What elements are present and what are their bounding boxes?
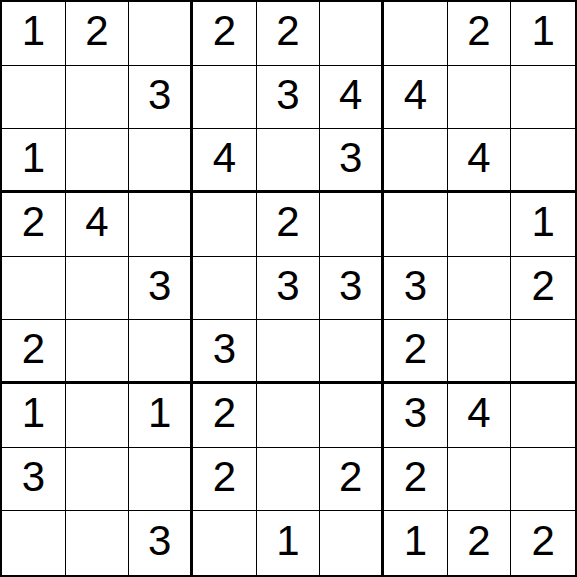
cell-digit: 2 <box>22 201 45 243</box>
cell-digit: 1 <box>22 137 45 179</box>
cell-r9c2[interactable] <box>66 511 130 575</box>
cell-r5c6[interactable]: 3 <box>320 257 384 321</box>
cell-digit: 2 <box>467 520 490 562</box>
cell-r5c4[interactable] <box>193 257 257 321</box>
cell-digit: 3 <box>148 265 171 307</box>
cell-r3c8[interactable]: 4 <box>448 129 512 193</box>
cell-r1c2[interactable]: 2 <box>66 2 130 66</box>
cell-r5c8[interactable] <box>448 257 512 321</box>
cell-r1c3[interactable] <box>129 2 193 66</box>
cell-r9c8[interactable]: 2 <box>448 511 512 575</box>
cell-digit: 2 <box>531 265 554 307</box>
cell-digit: 2 <box>276 10 299 52</box>
cell-r4c3[interactable] <box>129 193 193 257</box>
cell-digit: 4 <box>213 137 236 179</box>
cell-r3c5[interactable] <box>257 129 321 193</box>
cell-r7c9[interactable] <box>511 384 575 448</box>
cell-digit: 2 <box>276 201 299 243</box>
cell-digit: 2 <box>213 392 236 434</box>
puzzle-board: 1222213344143424213333223211234322231122 <box>0 0 577 577</box>
cell-r8c4[interactable]: 2 <box>193 448 257 512</box>
cell-r6c6[interactable] <box>320 320 384 384</box>
cell-r5c9[interactable]: 2 <box>511 257 575 321</box>
cell-r2c8[interactable] <box>448 66 512 130</box>
cell-digit: 2 <box>213 456 236 498</box>
cell-r4c6[interactable] <box>320 193 384 257</box>
cell-r9c5[interactable]: 1 <box>257 511 321 575</box>
cell-digit: 4 <box>339 74 362 116</box>
cell-r7c2[interactable] <box>66 384 130 448</box>
cell-digit: 4 <box>85 201 108 243</box>
cell-digit: 3 <box>276 265 299 307</box>
cell-r8c7[interactable]: 2 <box>384 448 448 512</box>
cell-r2c1[interactable] <box>2 66 66 130</box>
cell-digit: 3 <box>404 392 427 434</box>
cell-r5c3[interactable]: 3 <box>129 257 193 321</box>
cell-r2c4[interactable] <box>193 66 257 130</box>
cell-r3c2[interactable] <box>66 129 130 193</box>
cell-r5c7[interactable]: 3 <box>384 257 448 321</box>
cell-r6c7[interactable]: 2 <box>384 320 448 384</box>
cell-digit: 2 <box>531 520 554 562</box>
cell-digit: 2 <box>22 328 45 370</box>
cell-r6c4[interactable]: 3 <box>193 320 257 384</box>
cell-r1c4[interactable]: 2 <box>193 2 257 66</box>
cell-r8c6[interactable]: 2 <box>320 448 384 512</box>
cell-digit: 2 <box>404 328 427 370</box>
cell-r2c9[interactable] <box>511 66 575 130</box>
cell-r3c1[interactable]: 1 <box>2 129 66 193</box>
cell-r9c9[interactable]: 2 <box>511 511 575 575</box>
cell-r2c7[interactable]: 4 <box>384 66 448 130</box>
cell-r6c8[interactable] <box>448 320 512 384</box>
cell-r8c8[interactable] <box>448 448 512 512</box>
cell-digit: 1 <box>148 392 171 434</box>
cell-r9c1[interactable] <box>2 511 66 575</box>
cell-r1c7[interactable] <box>384 2 448 66</box>
cell-digit: 4 <box>467 392 490 434</box>
cell-r7c8[interactable]: 4 <box>448 384 512 448</box>
cell-digit: 2 <box>85 10 108 52</box>
cell-r7c6[interactable] <box>320 384 384 448</box>
cell-digit: 3 <box>339 137 362 179</box>
cell-digit: 2 <box>404 456 427 498</box>
cell-digit: 2 <box>213 10 236 52</box>
cell-r7c5[interactable] <box>257 384 321 448</box>
cell-r1c1[interactable]: 1 <box>2 2 66 66</box>
cell-r3c6[interactable]: 3 <box>320 129 384 193</box>
cell-digit: 1 <box>531 10 554 52</box>
cell-r4c5[interactable]: 2 <box>257 193 321 257</box>
cell-r8c1[interactable]: 3 <box>2 448 66 512</box>
cell-r6c2[interactable] <box>66 320 130 384</box>
cell-digit: 1 <box>276 520 299 562</box>
cell-digit: 1 <box>531 201 554 243</box>
cell-digit: 3 <box>276 74 299 116</box>
cell-digit: 1 <box>22 392 45 434</box>
cell-r3c9[interactable] <box>511 129 575 193</box>
cell-r2c2[interactable] <box>66 66 130 130</box>
cell-r3c3[interactable] <box>129 129 193 193</box>
cell-r8c9[interactable] <box>511 448 575 512</box>
cell-r9c4[interactable] <box>193 511 257 575</box>
cell-r4c7[interactable] <box>384 193 448 257</box>
cell-r7c4[interactable]: 2 <box>193 384 257 448</box>
cell-r4c4[interactable] <box>193 193 257 257</box>
cell-r2c6[interactable]: 4 <box>320 66 384 130</box>
cell-r8c3[interactable] <box>129 448 193 512</box>
cell-r3c7[interactable] <box>384 129 448 193</box>
cell-r7c7[interactable]: 3 <box>384 384 448 448</box>
cell-digit: 3 <box>339 265 362 307</box>
cell-r9c6[interactable] <box>320 511 384 575</box>
cell-digit: 2 <box>467 10 490 52</box>
cell-digit: 3 <box>213 328 236 370</box>
cell-digit: 3 <box>404 265 427 307</box>
cell-r2c5[interactable]: 3 <box>257 66 321 130</box>
cell-r8c2[interactable] <box>66 448 130 512</box>
cell-r9c7[interactable]: 1 <box>384 511 448 575</box>
cell-r5c5[interactable]: 3 <box>257 257 321 321</box>
cell-r1c6[interactable] <box>320 2 384 66</box>
cell-digit: 3 <box>148 520 171 562</box>
cell-digit: 3 <box>148 74 171 116</box>
cell-r5c2[interactable] <box>66 257 130 321</box>
cell-r4c2[interactable]: 4 <box>66 193 130 257</box>
cell-r4c8[interactable] <box>448 193 512 257</box>
cell-r6c3[interactable] <box>129 320 193 384</box>
cell-r9c3[interactable]: 3 <box>129 511 193 575</box>
cell-r5c1[interactable] <box>2 257 66 321</box>
cell-r4c1[interactable]: 2 <box>2 193 66 257</box>
cell-r6c9[interactable] <box>511 320 575 384</box>
cell-digit: 4 <box>404 74 427 116</box>
cell-r8c5[interactable] <box>257 448 321 512</box>
cell-digit: 1 <box>404 520 427 562</box>
cell-digit: 1 <box>22 10 45 52</box>
cell-r7c3[interactable]: 1 <box>129 384 193 448</box>
cell-digit: 4 <box>467 137 490 179</box>
cell-r1c8[interactable]: 2 <box>448 2 512 66</box>
cell-r7c1[interactable]: 1 <box>2 384 66 448</box>
cell-r6c5[interactable] <box>257 320 321 384</box>
cell-r2c3[interactable]: 3 <box>129 66 193 130</box>
cell-digit: 3 <box>22 456 45 498</box>
cell-digit: 2 <box>339 456 362 498</box>
cell-r6c1[interactable]: 2 <box>2 320 66 384</box>
cell-r3c4[interactable]: 4 <box>193 129 257 193</box>
cell-r1c9[interactable]: 1 <box>511 2 575 66</box>
cell-r1c5[interactable]: 2 <box>257 2 321 66</box>
cell-r4c9[interactable]: 1 <box>511 193 575 257</box>
